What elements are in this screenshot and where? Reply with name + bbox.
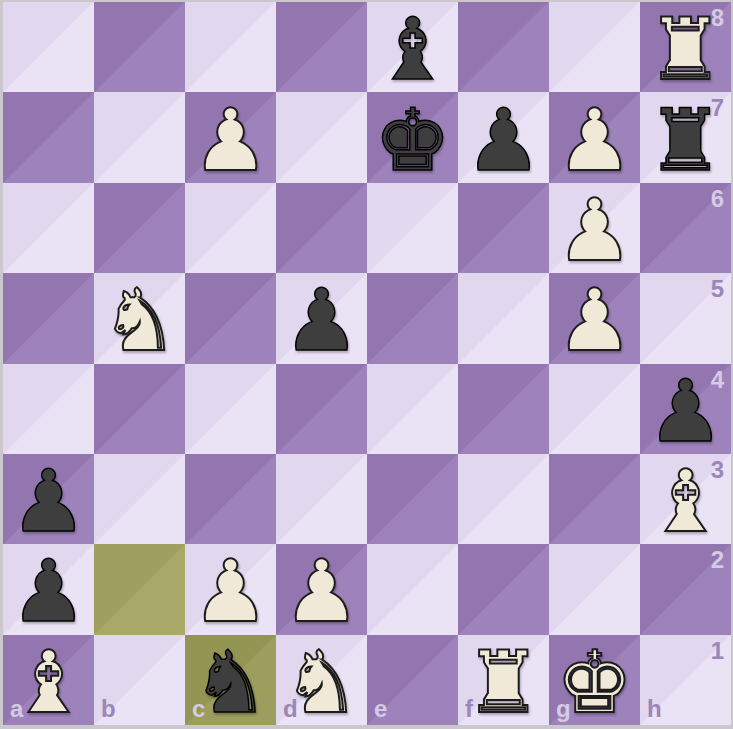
square-h2[interactable]: 2 [640, 544, 731, 634]
square-c3[interactable] [185, 454, 276, 544]
white-pawn[interactable]: ♟ [185, 94, 276, 182]
square-c7[interactable]: ♟ [185, 92, 276, 182]
chess-board: ♝8♜♟♚♟♟7♜♟6♞♟♟54♟♟3♝♟♟♟2a♝bc♞d♞ef♜g♚1h [0, 0, 733, 729]
square-d2[interactable]: ♟ [276, 544, 367, 634]
square-g3[interactable] [549, 454, 640, 544]
white-pawn[interactable]: ♟ [276, 546, 367, 634]
white-rook[interactable]: ♜ [458, 637, 549, 725]
square-a3[interactable]: ♟ [3, 454, 94, 544]
square-f6[interactable] [458, 183, 549, 273]
square-c4[interactable] [185, 364, 276, 454]
square-d1[interactable]: d♞ [276, 635, 367, 725]
square-e6[interactable] [367, 183, 458, 273]
square-f7[interactable]: ♟ [458, 92, 549, 182]
square-f8[interactable] [458, 2, 549, 92]
square-e4[interactable] [367, 364, 458, 454]
rank-label-5: 5 [711, 277, 724, 301]
square-e1[interactable]: e [367, 635, 458, 725]
square-a7[interactable] [3, 92, 94, 182]
rank-label-2: 2 [711, 548, 724, 572]
square-d3[interactable] [276, 454, 367, 544]
square-e2[interactable] [367, 544, 458, 634]
square-b7[interactable] [94, 92, 185, 182]
black-pawn[interactable]: ♟ [3, 456, 94, 544]
square-h6[interactable]: 6 [640, 183, 731, 273]
square-g4[interactable] [549, 364, 640, 454]
square-f4[interactable] [458, 364, 549, 454]
square-d5[interactable]: ♟ [276, 273, 367, 363]
square-d6[interactable] [276, 183, 367, 273]
square-f1[interactable]: f♜ [458, 635, 549, 725]
square-h4[interactable]: 4♟ [640, 364, 731, 454]
square-e5[interactable] [367, 273, 458, 363]
file-label-b: b [101, 697, 116, 721]
square-a4[interactable] [3, 364, 94, 454]
square-c8[interactable] [185, 2, 276, 92]
square-b3[interactable] [94, 454, 185, 544]
board-grid: ♝8♜♟♚♟♟7♜♟6♞♟♟54♟♟3♝♟♟♟2a♝bc♞d♞ef♜g♚1h [3, 2, 731, 725]
square-b4[interactable] [94, 364, 185, 454]
square-h3[interactable]: 3♝ [640, 454, 731, 544]
square-e7[interactable]: ♚ [367, 92, 458, 182]
black-knight[interactable]: ♞ [185, 637, 276, 725]
square-a2[interactable]: ♟ [3, 544, 94, 634]
file-label-e: e [374, 697, 387, 721]
square-h5[interactable]: 5 [640, 273, 731, 363]
square-h8[interactable]: 8♜ [640, 2, 731, 92]
square-b6[interactable] [94, 183, 185, 273]
square-h7[interactable]: 7♜ [640, 92, 731, 182]
white-knight[interactable]: ♞ [94, 275, 185, 363]
square-b5[interactable]: ♞ [94, 273, 185, 363]
rank-label-6: 6 [711, 187, 724, 211]
square-g2[interactable] [549, 544, 640, 634]
white-pawn[interactable]: ♟ [549, 185, 640, 273]
black-pawn[interactable]: ♟ [458, 94, 549, 182]
square-d8[interactable] [276, 2, 367, 92]
square-b2[interactable] [94, 544, 185, 634]
white-pawn[interactable]: ♟ [185, 546, 276, 634]
square-g7[interactable]: ♟ [549, 92, 640, 182]
square-a6[interactable] [3, 183, 94, 273]
black-pawn[interactable]: ♟ [276, 275, 367, 363]
square-g6[interactable]: ♟ [549, 183, 640, 273]
square-f3[interactable] [458, 454, 549, 544]
square-b8[interactable] [94, 2, 185, 92]
black-bishop[interactable]: ♝ [367, 4, 458, 92]
square-b1[interactable]: b [94, 635, 185, 725]
square-g5[interactable]: ♟ [549, 273, 640, 363]
square-e3[interactable] [367, 454, 458, 544]
square-c1[interactable]: c♞ [185, 635, 276, 725]
white-rook[interactable]: ♜ [640, 4, 731, 92]
square-d7[interactable] [276, 92, 367, 182]
square-a8[interactable] [3, 2, 94, 92]
square-e8[interactable]: ♝ [367, 2, 458, 92]
black-pawn[interactable]: ♟ [3, 546, 94, 634]
rank-label-1: 1 [711, 639, 724, 663]
square-d4[interactable] [276, 364, 367, 454]
white-king[interactable]: ♚ [549, 637, 640, 725]
square-f2[interactable] [458, 544, 549, 634]
square-g1[interactable]: g♚ [549, 635, 640, 725]
white-bishop[interactable]: ♝ [3, 637, 94, 725]
white-pawn[interactable]: ♟ [549, 275, 640, 363]
square-a1[interactable]: a♝ [3, 635, 94, 725]
square-g8[interactable] [549, 2, 640, 92]
white-bishop[interactable]: ♝ [640, 456, 731, 544]
file-label-h: h [647, 697, 662, 721]
square-a5[interactable] [3, 273, 94, 363]
square-c2[interactable]: ♟ [185, 544, 276, 634]
square-c5[interactable] [185, 273, 276, 363]
square-f5[interactable] [458, 273, 549, 363]
black-pawn[interactable]: ♟ [640, 366, 731, 454]
black-rook[interactable]: ♜ [640, 94, 731, 182]
white-knight[interactable]: ♞ [276, 637, 367, 725]
square-h1[interactable]: 1h [640, 635, 731, 725]
square-c6[interactable] [185, 183, 276, 273]
white-pawn[interactable]: ♟ [549, 94, 640, 182]
black-king[interactable]: ♚ [367, 94, 458, 182]
